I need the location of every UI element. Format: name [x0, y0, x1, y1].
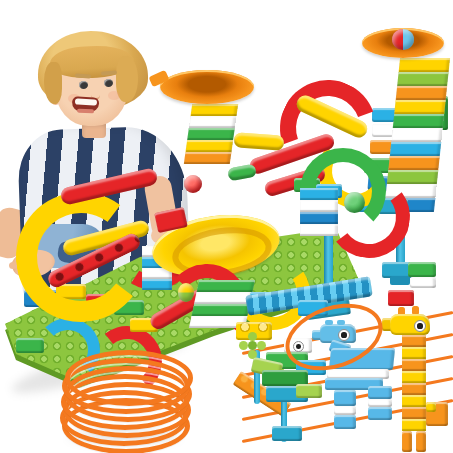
pole-foot — [390, 276, 410, 285]
brick — [388, 290, 414, 306]
brick — [410, 277, 436, 288]
brick — [408, 262, 436, 277]
croc-brick — [296, 384, 322, 398]
brick — [16, 338, 44, 353]
flower — [248, 341, 257, 350]
giraffe-leg — [416, 431, 426, 452]
scene-pole-base — [272, 426, 302, 441]
giraffe-body-notch — [426, 402, 436, 412]
funnel-tower-left — [184, 104, 238, 164]
ring — [65, 350, 193, 406]
boy-lip — [77, 109, 94, 114]
tower-green-white — [189, 280, 255, 328]
brick-yellow-studded — [236, 322, 272, 340]
marble-egg — [178, 283, 194, 302]
giraffe-leg — [402, 431, 412, 452]
track-yellow-bar2 — [234, 132, 285, 150]
track-green-bit — [227, 164, 257, 182]
marble-red — [184, 175, 202, 193]
dino-leg — [368, 407, 392, 420]
dino-leg — [334, 390, 356, 406]
giraffe-neck — [402, 335, 426, 431]
giraffe-eye — [414, 320, 426, 332]
marble-green — [344, 192, 365, 213]
boy-cheek-right — [108, 91, 120, 100]
funnel-dish-left — [160, 70, 254, 104]
dino-leg — [368, 399, 392, 407]
boy-hair-side-left — [44, 62, 62, 104]
tower-blue-white-right — [300, 188, 338, 236]
boy-eye-left — [79, 81, 88, 89]
boy-eye-right — [104, 79, 113, 87]
marble-red-blue — [392, 29, 414, 50]
product-photo — [0, 0, 453, 453]
dino-leg — [334, 406, 356, 415]
boy-teeth — [75, 98, 97, 105]
dino-leg — [334, 415, 356, 429]
dino-leg — [368, 386, 392, 399]
